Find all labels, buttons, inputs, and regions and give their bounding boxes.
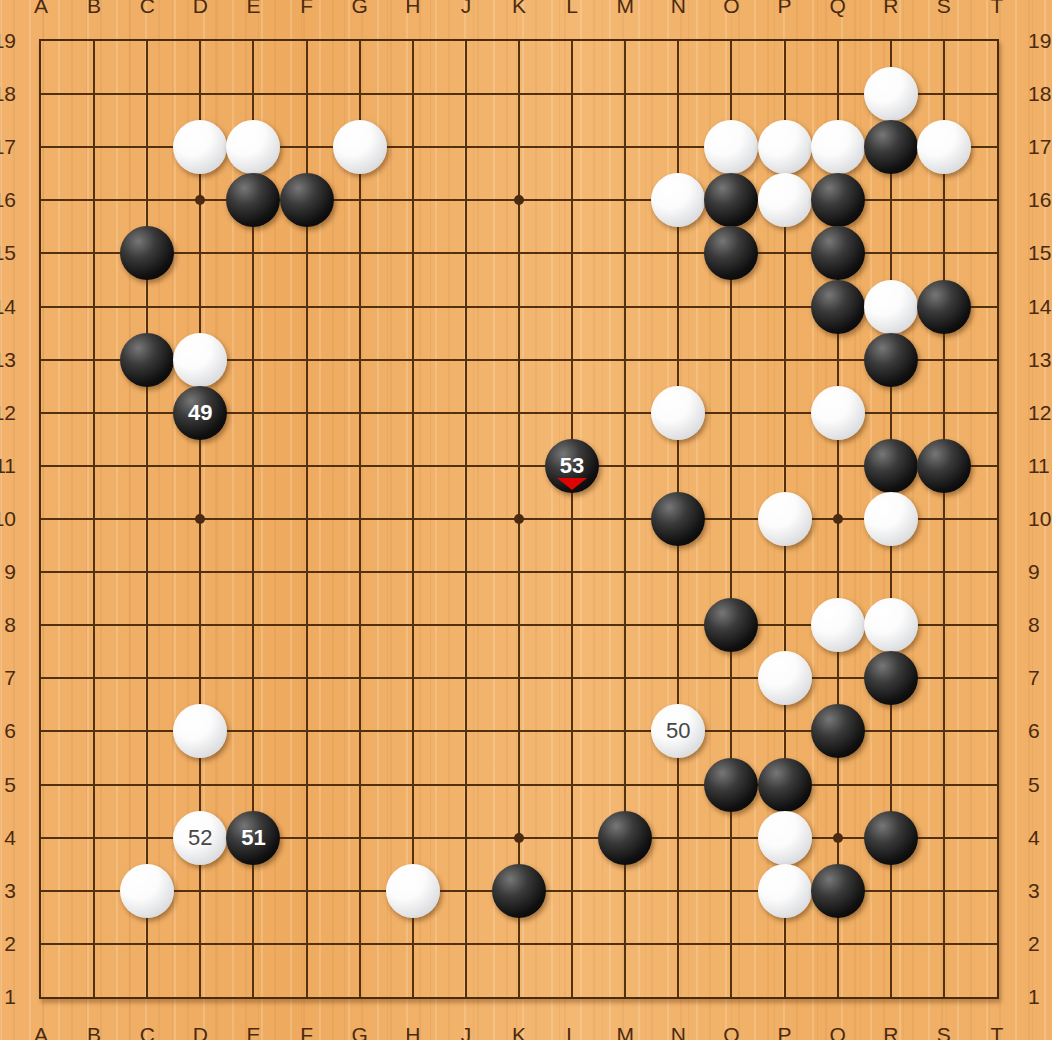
column-label-bottom: T — [970, 1024, 1024, 1040]
column-label-top: G — [333, 0, 387, 17]
row-label-left: 12 — [0, 402, 16, 424]
row-label-left: 9 — [0, 561, 16, 583]
stone-P5[interactable] — [758, 758, 812, 812]
row-label-left: 14 — [0, 296, 16, 318]
column-label-bottom: S — [917, 1024, 971, 1040]
stone-S17[interactable] — [917, 120, 971, 174]
column-label-top: H — [386, 0, 440, 17]
stone-R13[interactable] — [864, 333, 918, 387]
column-label-top: E — [226, 0, 280, 17]
stone-P7[interactable] — [758, 651, 812, 705]
stone-R10[interactable] — [864, 492, 918, 546]
row-label-right: 6 — [1028, 720, 1052, 742]
row-label-left: 2 — [0, 933, 16, 955]
stone-P16[interactable] — [758, 173, 812, 227]
row-label-right: 14 — [1028, 296, 1052, 318]
stone-S14[interactable] — [917, 280, 971, 334]
go-game-screen: AABBCCDDEEFFGGHHJJKKLLMMNNOOPPQQRRSSTT19… — [0, 0, 1052, 1040]
column-label-top: K — [492, 0, 546, 17]
column-label-bottom: C — [120, 1024, 174, 1040]
column-label-bottom: K — [492, 1024, 546, 1040]
move-number: 53 — [560, 453, 584, 479]
row-label-right: 5 — [1028, 774, 1052, 796]
stone-M4[interactable] — [598, 811, 652, 865]
row-label-right: 7 — [1028, 667, 1052, 689]
column-label-top: P — [758, 0, 812, 17]
stone-S11[interactable] — [917, 439, 971, 493]
stone-Q16[interactable] — [811, 173, 865, 227]
row-label-left: 8 — [0, 614, 16, 636]
go-board[interactable]: AABBCCDDEEFFGGHHJJKKLLMMNNOOPPQQRRSSTT19… — [0, 0, 1052, 1040]
row-label-left: 6 — [0, 720, 16, 742]
stone-H3[interactable] — [386, 864, 440, 918]
stone-P10[interactable] — [758, 492, 812, 546]
move-number: 49 — [188, 400, 212, 426]
star-point — [833, 833, 843, 843]
column-label-top: R — [864, 0, 918, 17]
stone-G17[interactable] — [333, 120, 387, 174]
stone-R14[interactable] — [864, 280, 918, 334]
row-label-right: 19 — [1028, 30, 1052, 52]
row-label-right: 4 — [1028, 827, 1052, 849]
row-label-left: 1 — [0, 986, 16, 1008]
move-number: 52 — [188, 825, 212, 851]
row-label-right: 1 — [1028, 986, 1052, 1008]
stone-R11[interactable] — [864, 439, 918, 493]
star-point — [514, 514, 524, 524]
row-label-right: 12 — [1028, 402, 1052, 424]
stone-R8[interactable] — [864, 598, 918, 652]
row-label-right: 13 — [1028, 349, 1052, 371]
row-label-right: 2 — [1028, 933, 1052, 955]
move-number: 51 — [241, 825, 265, 851]
row-label-left: 3 — [0, 880, 16, 902]
row-label-left: 7 — [0, 667, 16, 689]
last-move-marker-icon — [557, 478, 587, 490]
stone-Q15[interactable] — [811, 226, 865, 280]
column-label-top: M — [598, 0, 652, 17]
column-label-top: D — [173, 0, 227, 17]
row-label-left: 16 — [0, 189, 16, 211]
stone-N10[interactable] — [651, 492, 705, 546]
column-label-bottom: M — [598, 1024, 652, 1040]
column-label-bottom: O — [704, 1024, 758, 1040]
stone-P3[interactable] — [758, 864, 812, 918]
move-number: 50 — [666, 718, 690, 744]
row-label-right: 3 — [1028, 880, 1052, 902]
stone-D13[interactable] — [173, 333, 227, 387]
stone-K3[interactable] — [492, 864, 546, 918]
stone-C3[interactable] — [120, 864, 174, 918]
row-label-right: 15 — [1028, 242, 1052, 264]
column-label-top: Q — [811, 0, 865, 17]
column-label-top: T — [970, 0, 1024, 17]
row-label-left: 11 — [0, 455, 16, 477]
row-label-right: 11 — [1028, 455, 1052, 477]
stone-R7[interactable] — [864, 651, 918, 705]
column-label-bottom: H — [386, 1024, 440, 1040]
row-label-right: 9 — [1028, 561, 1052, 583]
row-label-left: 10 — [0, 508, 16, 530]
row-label-left: 19 — [0, 30, 16, 52]
stone-O5[interactable] — [704, 758, 758, 812]
stone-E4[interactable]: 51 — [226, 811, 280, 865]
column-label-bottom: P — [758, 1024, 812, 1040]
stone-D4[interactable]: 52 — [173, 811, 227, 865]
stone-R18[interactable] — [864, 67, 918, 121]
row-label-left: 17 — [0, 136, 16, 158]
column-label-top: N — [651, 0, 705, 17]
stone-F16[interactable] — [280, 173, 334, 227]
column-label-bottom: D — [173, 1024, 227, 1040]
column-label-bottom: R — [864, 1024, 918, 1040]
column-label-bottom: B — [67, 1024, 121, 1040]
stone-Q14[interactable] — [811, 280, 865, 334]
column-label-top: A — [14, 0, 68, 17]
stone-Q17[interactable] — [811, 120, 865, 174]
stone-P17[interactable] — [758, 120, 812, 174]
stone-Q8[interactable] — [811, 598, 865, 652]
row-label-right: 8 — [1028, 614, 1052, 636]
column-label-top: S — [917, 0, 971, 17]
row-label-left: 4 — [0, 827, 16, 849]
stone-Q12[interactable] — [811, 386, 865, 440]
column-label-bottom: E — [226, 1024, 280, 1040]
column-label-bottom: G — [333, 1024, 387, 1040]
row-label-left: 18 — [0, 83, 16, 105]
row-label-left: 15 — [0, 242, 16, 264]
stone-D12[interactable]: 49 — [173, 386, 227, 440]
row-label-right: 17 — [1028, 136, 1052, 158]
column-label-top: J — [439, 0, 493, 17]
row-label-right: 10 — [1028, 508, 1052, 530]
column-label-top: B — [67, 0, 121, 17]
stone-Q6[interactable] — [811, 704, 865, 758]
column-label-bottom: N — [651, 1024, 705, 1040]
column-label-top: C — [120, 0, 174, 17]
row-label-right: 18 — [1028, 83, 1052, 105]
column-label-bottom: F — [280, 1024, 334, 1040]
stone-L11[interactable]: 53 — [545, 439, 599, 493]
stone-R17[interactable] — [864, 120, 918, 174]
column-label-bottom: Q — [811, 1024, 865, 1040]
star-point — [514, 833, 524, 843]
stone-N12[interactable] — [651, 386, 705, 440]
row-label-right: 16 — [1028, 189, 1052, 211]
column-label-top: F — [280, 0, 334, 17]
column-label-bottom: A — [14, 1024, 68, 1040]
stone-P4[interactable] — [758, 811, 812, 865]
column-label-bottom: L — [545, 1024, 599, 1040]
stone-R4[interactable] — [864, 811, 918, 865]
column-label-top: O — [704, 0, 758, 17]
row-label-left: 5 — [0, 774, 16, 796]
column-label-bottom: J — [439, 1024, 493, 1040]
stone-Q3[interactable] — [811, 864, 865, 918]
star-point — [833, 514, 843, 524]
row-label-left: 13 — [0, 349, 16, 371]
column-label-top: L — [545, 0, 599, 17]
stone-C13[interactable] — [120, 333, 174, 387]
